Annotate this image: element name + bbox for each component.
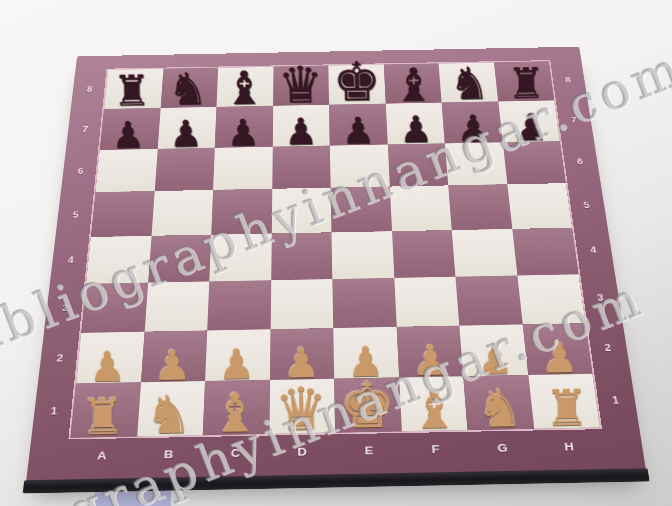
square-g1: ♞ [463, 375, 533, 430]
square-g5 [448, 184, 512, 230]
piece-white-bishop: ♝ [409, 383, 458, 435]
chess-board: 87654321 87654321 ABCDEFGH ♜♞♝♛♚♝♞♜♟♟♟♟♟… [26, 47, 646, 482]
rank-label-7: 7 [80, 109, 90, 150]
piece-black-bishop: ♝ [223, 66, 265, 110]
rank-label-6: 6 [75, 150, 85, 193]
square-g2: ♟ [459, 324, 528, 376]
square-h5 [507, 183, 572, 229]
piece-white-pawn: ♟ [89, 347, 127, 387]
square-f3 [394, 277, 459, 327]
square-c4 [209, 233, 271, 281]
square-c1: ♝ [203, 380, 270, 435]
rank-label-4: 4 [587, 227, 600, 274]
square-c2: ♟ [205, 329, 270, 381]
square-g8: ♞ [439, 62, 498, 102]
piece-white-king: ♚ [339, 376, 396, 437]
square-b6 [154, 148, 215, 192]
square-d3 [270, 279, 333, 329]
square-f1: ♝ [399, 376, 468, 431]
square-a6 [96, 149, 158, 193]
file-label-e: E [335, 431, 403, 476]
square-e8: ♚ [328, 65, 385, 105]
piece-black-pawn: ♟ [457, 111, 491, 146]
board-grid-frame: ♜♞♝♛♚♝♞♜♟♟♟♟♟♟♟♟♟♟♟♟♟♟♟♟♜♞♝♛♚♝♞♜ [70, 61, 599, 437]
rank-label-8: 8 [85, 70, 95, 109]
square-a7: ♟ [100, 108, 160, 150]
board-photo: 87654321 87654321 ABCDEFGH ♜♞♝♛♚♝♞♜♟♟♟♟♟… [26, 0, 646, 476]
square-f8: ♝ [383, 63, 441, 103]
square-c3 [207, 280, 271, 330]
square-h1: ♜ [528, 374, 600, 429]
square-a8: ♜ [104, 69, 163, 109]
square-h7: ♟ [498, 100, 560, 142]
file-label-g: G [468, 429, 539, 474]
square-d8: ♛ [273, 66, 329, 106]
rank-label-6: 6 [574, 141, 586, 184]
piece-white-pawn: ♟ [541, 339, 579, 379]
rank-label-5: 5 [580, 183, 592, 227]
square-a1: ♜ [70, 383, 140, 438]
square-g7: ♟ [442, 101, 503, 143]
rank-label-2: 2 [54, 333, 66, 384]
square-e4 [331, 231, 393, 279]
file-label-b: B [134, 435, 203, 480]
rank-label-8: 8 [562, 61, 573, 100]
square-b8: ♞ [160, 68, 218, 108]
file-label-a: A [66, 436, 137, 481]
square-h4 [512, 228, 579, 276]
square-c8: ♝ [217, 67, 274, 107]
piece-black-rook: ♜ [113, 72, 151, 112]
square-c5 [211, 189, 272, 235]
piece-black-bishop: ♝ [392, 62, 434, 106]
square-f4 [392, 230, 456, 278]
rank-label-5: 5 [70, 193, 81, 238]
square-d7: ♟ [272, 105, 329, 147]
file-label-c: C [201, 434, 269, 479]
piece-black-knight: ♞ [449, 63, 489, 106]
piece-white-queen: ♛ [275, 381, 329, 438]
square-a5 [91, 191, 154, 237]
square-d1: ♛ [269, 379, 335, 434]
square-d5 [271, 188, 331, 234]
piece-white-pawn: ♟ [412, 341, 450, 381]
square-c7: ♟ [215, 106, 273, 148]
square-b2: ♟ [141, 330, 208, 382]
square-h2: ♟ [522, 323, 592, 375]
rank-label-1: 1 [48, 384, 60, 438]
piece-black-pawn: ♟ [514, 110, 548, 145]
square-e3 [332, 278, 396, 328]
piece-black-rook: ♜ [507, 64, 545, 104]
file-label-d: D [269, 433, 336, 478]
square-d2: ♟ [270, 328, 335, 380]
square-b4 [148, 235, 211, 283]
piece-white-knight: ♞ [146, 390, 194, 440]
square-h8: ♜ [494, 61, 555, 101]
square-a4 [86, 236, 151, 284]
piece-white-rook: ♜ [81, 394, 126, 441]
square-a3 [81, 282, 148, 332]
square-h3 [517, 274, 585, 324]
square-e7: ♟ [329, 104, 387, 146]
square-b7: ♟ [157, 107, 216, 149]
square-d6 [272, 145, 331, 189]
square-a2: ♟ [76, 331, 144, 384]
square-e1: ♚ [334, 378, 401, 433]
square-h6 [502, 141, 565, 185]
piece-black-pawn: ♟ [112, 117, 146, 152]
piece-black-pawn: ♟ [227, 115, 261, 150]
square-b1: ♞ [137, 381, 205, 436]
piece-white-pawn: ♟ [154, 346, 192, 386]
file-label-h: H [534, 428, 606, 473]
photo-background: 87654321 87654321 ABCDEFGH ♜♞♝♛♚♝♞♜♟♟♟♟♟… [0, 0, 672, 506]
square-g3 [455, 275, 522, 325]
piece-black-pawn: ♟ [169, 116, 203, 151]
square-f7: ♟ [385, 102, 444, 144]
square-f2: ♟ [396, 325, 463, 377]
board-grid: ♜♞♝♛♚♝♞♜♟♟♟♟♟♟♟♟♟♟♟♟♟♟♟♟♜♞♝♛♚♝♞♜ [70, 61, 599, 437]
piece-white-pawn: ♟ [218, 345, 256, 385]
square-e6 [330, 144, 390, 188]
rank-label-3: 3 [59, 284, 71, 333]
piece-white-knight: ♞ [476, 384, 524, 434]
file-label-f: F [401, 430, 471, 475]
piece-black-pawn: ♟ [284, 114, 318, 149]
piece-black-pawn: ♟ [342, 113, 376, 148]
square-g4 [452, 229, 517, 277]
square-g6 [445, 142, 507, 186]
square-d4 [271, 232, 333, 280]
square-f6 [387, 143, 448, 187]
square-f5 [389, 186, 451, 232]
rank-label-3: 3 [594, 274, 607, 323]
square-e5 [331, 187, 392, 233]
piece-black-king: ♚ [332, 56, 381, 108]
piece-black-queen: ♛ [278, 61, 324, 109]
rank-label-4: 4 [65, 237, 76, 284]
square-b5 [151, 190, 213, 236]
piece-black-pawn: ♟ [399, 112, 433, 147]
square-c6 [213, 146, 272, 190]
rank-label-7: 7 [568, 100, 580, 141]
piece-white-bishop: ♝ [211, 387, 260, 439]
piece-white-pawn: ♟ [476, 340, 514, 380]
rank-label-1: 1 [608, 373, 622, 427]
piece-white-rook: ♜ [544, 385, 589, 432]
square-b3 [144, 281, 209, 331]
rank-label-2: 2 [601, 322, 615, 373]
piece-black-knight: ♞ [168, 68, 208, 111]
